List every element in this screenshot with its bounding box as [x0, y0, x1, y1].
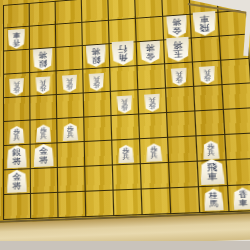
- kanji-glyph: 玉: [173, 49, 183, 58]
- square-7d[interactable]: 歩兵: [57, 70, 84, 95]
- square-5i[interactable]: [114, 189, 143, 216]
- square-7f[interactable]: 歩兵: [57, 118, 85, 144]
- square-4e[interactable]: 歩兵: [138, 88, 167, 114]
- square-6b[interactable]: [82, 21, 109, 46]
- sente-pawn-4g[interactable]: 歩兵: [146, 143, 162, 162]
- kanji-glyph: 将: [39, 155, 48, 164]
- square-4a[interactable]: [135, 0, 163, 19]
- square-7g[interactable]: [58, 142, 86, 168]
- square-6h[interactable]: [85, 165, 113, 191]
- square-9d[interactable]: 歩兵: [4, 73, 30, 98]
- kanji-glyph: 兵: [66, 77, 73, 84]
- gote-gold-4c[interactable]: 金将: [139, 41, 161, 64]
- square-1e[interactable]: [223, 83, 250, 109]
- gote-lance-9b[interactable]: 香車: [8, 29, 26, 50]
- gote-gold-3b[interactable]: 金将: [166, 15, 188, 38]
- square-6c[interactable]: 銀将: [83, 44, 110, 69]
- sente-rook-2h[interactable]: 飛車: [199, 158, 225, 185]
- gote-pawn-6d[interactable]: 歩兵: [89, 73, 105, 91]
- square-3f[interactable]: [167, 111, 196, 137]
- kanji-glyph: 飛: [200, 23, 210, 32]
- square-3g[interactable]: [168, 136, 198, 163]
- square-9e[interactable]: [4, 97, 30, 122]
- kanji-glyph: 将: [145, 44, 155, 53]
- square-5h[interactable]: [113, 164, 142, 190]
- square-9c[interactable]: [4, 50, 30, 75]
- kanji-glyph: 兵: [13, 135, 20, 142]
- square-8d[interactable]: 歩兵: [30, 71, 57, 96]
- square-5f[interactable]: [112, 115, 140, 141]
- gote-pawn-9d[interactable]: 歩兵: [9, 78, 24, 96]
- sente-pawn-7f[interactable]: 歩兵: [63, 123, 78, 141]
- square-7b[interactable]: [56, 23, 83, 48]
- table-surface: [0, 241, 250, 250]
- kanji-glyph: 香: [13, 39, 21, 46]
- gote-bishop-5c[interactable]: 角行: [111, 41, 135, 66]
- kanji-glyph: 将: [91, 48, 100, 57]
- kanji-glyph: 兵: [39, 79, 46, 86]
- square-1f[interactable]: [224, 108, 250, 135]
- square-8h[interactable]: [31, 168, 58, 194]
- sente-silver-9g[interactable]: 銀将: [7, 145, 27, 168]
- kanji-glyph: 車: [199, 15, 209, 24]
- square-2h[interactable]: 飛車: [198, 160, 228, 187]
- sente-lance-1i[interactable]: 香車: [232, 187, 250, 210]
- kanji-glyph: 角: [118, 53, 128, 62]
- square-7e[interactable]: [57, 93, 84, 119]
- shogi-photo-scene: 香車金将飛車銀将銀将角行金将玉将歩兵歩兵歩兵歩兵歩兵歩兵歩兵歩兵歩兵歩兵歩兵銀将…: [0, 0, 250, 250]
- gote-silver-8c[interactable]: 銀将: [33, 48, 53, 71]
- square-9f[interactable]: 歩兵: [4, 120, 31, 146]
- square-7i[interactable]: [58, 192, 86, 218]
- square-3d[interactable]: 歩兵: [165, 62, 194, 88]
- square-5d[interactable]: [110, 66, 138, 92]
- square-6e[interactable]: [84, 92, 112, 118]
- kanji-glyph: 兵: [93, 76, 100, 83]
- kanji-glyph: 馬: [209, 199, 218, 207]
- kanji-glyph: 金: [146, 52, 156, 61]
- sente-pawn-2g[interactable]: 歩兵: [203, 140, 220, 159]
- kanji-glyph: 車: [207, 171, 218, 181]
- square-6g[interactable]: [85, 141, 113, 167]
- gote-pawn-2d[interactable]: 歩兵: [199, 66, 216, 85]
- kanji-glyph: 銀: [38, 59, 47, 68]
- kanji-glyph: 将: [38, 51, 47, 60]
- square-7a[interactable]: [56, 0, 83, 25]
- kanji-glyph: 車: [239, 198, 248, 206]
- square-7h[interactable]: [58, 167, 86, 193]
- square-2d[interactable]: 歩兵: [193, 61, 223, 87]
- square-6f[interactable]: [84, 116, 112, 142]
- square-1b[interactable]: [219, 11, 249, 37]
- square-8f[interactable]: 歩兵: [31, 119, 58, 145]
- square-2e[interactable]: [194, 85, 224, 111]
- square-9b[interactable]: 香車: [4, 27, 30, 52]
- square-2c[interactable]: [192, 36, 221, 62]
- square-9g[interactable]: 銀将: [4, 145, 31, 171]
- square-5e[interactable]: 歩兵: [111, 90, 139, 116]
- square-1h[interactable]: [227, 159, 250, 186]
- kanji-glyph: 兵: [121, 98, 128, 105]
- square-4i[interactable]: [142, 188, 172, 215]
- square-5g[interactable]: 歩兵: [112, 139, 141, 165]
- sente-pawn-5g[interactable]: 歩兵: [118, 144, 134, 163]
- square-3i[interactable]: [170, 187, 200, 214]
- square-8g[interactable]: 金将: [31, 143, 58, 169]
- square-4h[interactable]: [141, 163, 170, 190]
- square-8b[interactable]: [30, 25, 56, 50]
- square-3e[interactable]: [166, 87, 195, 113]
- square-4f[interactable]: [139, 113, 168, 139]
- gote-king-3c[interactable]: 玉将: [166, 37, 190, 63]
- square-1g[interactable]: [225, 133, 250, 160]
- square-6a[interactable]: [82, 0, 109, 23]
- square-8a[interactable]: [30, 2, 56, 27]
- kanji-glyph: 兵: [203, 69, 211, 76]
- kanji-glyph: 兵: [150, 152, 158, 159]
- shogi-board-grid[interactable]: 香車金将飛車銀将銀将角行金将玉将歩兵歩兵歩兵歩兵歩兵歩兵歩兵歩兵歩兵歩兵歩兵銀将…: [3, 0, 250, 220]
- square-1i[interactable]: 香車: [228, 185, 250, 212]
- gote-silver-6c[interactable]: 銀将: [85, 44, 106, 67]
- square-3h[interactable]: [169, 162, 199, 189]
- square-6d[interactable]: 歩兵: [83, 68, 111, 94]
- square-2g[interactable]: 歩兵: [197, 135, 227, 162]
- gote-pawn-3d[interactable]: 歩兵: [171, 68, 187, 86]
- kanji-glyph: 将: [172, 41, 182, 50]
- kanji-glyph: 将: [12, 181, 21, 190]
- square-6i[interactable]: [86, 191, 115, 217]
- square-3b[interactable]: 金将: [163, 15, 192, 41]
- gote-rook-2b[interactable]: 飛車: [192, 11, 217, 36]
- square-4b[interactable]: [136, 17, 164, 43]
- gote-pawn-4e[interactable]: 歩兵: [144, 94, 160, 113]
- kanji-glyph: 兵: [122, 154, 129, 161]
- square-2i[interactable]: 桂馬: [199, 186, 230, 213]
- kanji-glyph: 金: [172, 26, 182, 35]
- square-5b[interactable]: [109, 19, 137, 44]
- kanji-glyph: 兵: [207, 150, 215, 157]
- kanji-glyph: 行: [118, 44, 128, 53]
- kanji-glyph: 将: [172, 18, 182, 27]
- square-5c[interactable]: 角行: [110, 42, 138, 68]
- square-4c[interactable]: 金将: [137, 40, 165, 66]
- gote-pawn-8d[interactable]: 歩兵: [35, 76, 50, 94]
- sente-pawn-8f[interactable]: 歩兵: [36, 124, 51, 142]
- kanji-glyph: 将: [12, 156, 21, 165]
- sente-gold-8g[interactable]: 金将: [33, 144, 54, 168]
- gote-pawn-7d[interactable]: 歩兵: [62, 75, 77, 93]
- square-8i[interactable]: [31, 193, 59, 219]
- sente-pawn-9f[interactable]: 歩兵: [9, 126, 24, 144]
- kanji-glyph: 兵: [13, 81, 20, 88]
- kanji-glyph: 兵: [148, 96, 155, 103]
- square-2f[interactable]: [195, 110, 225, 137]
- sente-knight-2i[interactable]: 桂馬: [203, 188, 224, 211]
- square-1d[interactable]: [221, 59, 250, 85]
- square-9a[interactable]: [4, 4, 30, 29]
- square-4g[interactable]: 歩兵: [140, 138, 169, 164]
- square-3c[interactable]: 玉将: [164, 38, 193, 64]
- square-2b[interactable]: 飛車: [191, 13, 220, 39]
- kanji-glyph: 銀: [91, 56, 100, 65]
- kanji-glyph: 車: [13, 32, 21, 39]
- square-5a[interactable]: [108, 0, 136, 21]
- square-9h[interactable]: 金将: [4, 169, 31, 195]
- square-4d[interactable]: [138, 64, 167, 90]
- sente-gold-9h[interactable]: 金将: [7, 169, 27, 193]
- square-8c[interactable]: 銀将: [30, 48, 57, 73]
- gote-pawn-5e[interactable]: 歩兵: [117, 95, 133, 113]
- kanji-glyph: 兵: [175, 70, 183, 77]
- square-9i[interactable]: [4, 194, 31, 220]
- square-8e[interactable]: [30, 95, 57, 120]
- square-7c[interactable]: [56, 46, 83, 71]
- kanji-glyph: 兵: [67, 132, 74, 139]
- board-perspective-plane: 香車金将飛車銀将銀将角行金将玉将歩兵歩兵歩兵歩兵歩兵歩兵歩兵歩兵歩兵歩兵歩兵銀将…: [3, 0, 250, 219]
- kanji-glyph: 兵: [40, 133, 47, 140]
